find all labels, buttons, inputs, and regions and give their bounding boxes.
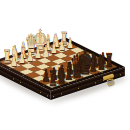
chess-set-photo: Wooden folding travel chess set with bra… — [0, 0, 130, 130]
